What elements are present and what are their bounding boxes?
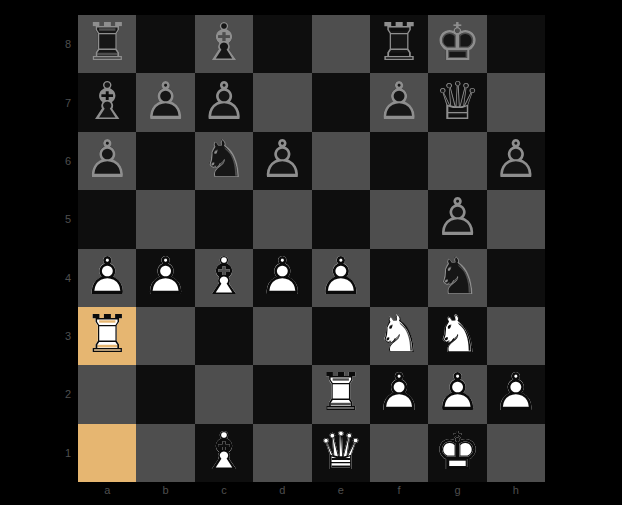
- white-rook-outline: ♖: [317, 366, 364, 418]
- square-g7[interactable]: ♛♕: [428, 73, 486, 131]
- white-pawn-glyph: ♟: [434, 366, 481, 418]
- white-rook-glyph: ♜: [84, 308, 131, 360]
- piece-black-bishop[interactable]: ♝♗: [195, 15, 253, 73]
- black-pawn-glyph: ♟: [493, 133, 540, 185]
- white-pawn-outline: ♙: [142, 250, 189, 302]
- square-a4[interactable]: ♟♙: [78, 249, 136, 307]
- square-d5[interactable]: [253, 190, 311, 248]
- white-pawn-outline: ♙: [376, 366, 423, 418]
- square-d3[interactable]: [253, 307, 311, 365]
- piece-white-knight[interactable]: ♞♘: [370, 307, 428, 365]
- black-knight-glyph: ♞: [434, 250, 481, 302]
- square-c6[interactable]: ♞♘: [195, 132, 253, 190]
- file-label-h: h: [487, 484, 545, 498]
- white-rook-glyph: ♜: [317, 366, 364, 418]
- black-pawn-outline: ♙: [493, 133, 540, 185]
- file-label-b: b: [136, 484, 194, 498]
- white-pawn-glyph: ♟: [376, 366, 423, 418]
- white-king-outline: ♔: [434, 425, 481, 477]
- square-d6[interactable]: ♟♙: [253, 132, 311, 190]
- square-f5[interactable]: [370, 190, 428, 248]
- piece-black-pawn[interactable]: ♟♙: [253, 132, 311, 190]
- square-c3[interactable]: [195, 307, 253, 365]
- rank-label-7: 7: [62, 73, 74, 131]
- square-c8[interactable]: ♝♗: [195, 15, 253, 73]
- square-f3[interactable]: ♞♘: [370, 307, 428, 365]
- square-a6[interactable]: ♟♙: [78, 132, 136, 190]
- square-b8[interactable]: [136, 15, 194, 73]
- piece-white-bishop[interactable]: ♝♗: [195, 249, 253, 307]
- square-h7[interactable]: [487, 73, 545, 131]
- white-knight-glyph: ♞: [376, 308, 423, 360]
- black-pawn-glyph: ♟: [259, 133, 306, 185]
- square-f7[interactable]: ♟♙: [370, 73, 428, 131]
- file-label-a: a: [78, 484, 136, 498]
- black-rook-outline: ♖: [376, 16, 423, 68]
- piece-black-pawn[interactable]: ♟♙: [136, 73, 194, 131]
- white-pawn-outline: ♙: [317, 250, 364, 302]
- black-pawn-glyph: ♟: [434, 191, 481, 243]
- white-bishop-outline: ♗: [201, 425, 248, 477]
- black-king-glyph: ♚: [434, 16, 481, 68]
- rank-label-3: 3: [62, 307, 74, 365]
- square-f4[interactable]: [370, 249, 428, 307]
- black-king-outline: ♔: [434, 16, 481, 68]
- file-label-g: g: [428, 484, 486, 498]
- black-pawn-outline: ♙: [376, 74, 423, 126]
- piece-white-pawn[interactable]: ♟♙: [312, 249, 370, 307]
- square-d2[interactable]: [253, 365, 311, 423]
- square-g2[interactable]: ♟♙: [428, 365, 486, 423]
- square-d4[interactable]: ♟♙: [253, 249, 311, 307]
- black-pawn-outline: ♙: [434, 191, 481, 243]
- square-f2[interactable]: ♟♙: [370, 365, 428, 423]
- piece-black-rook[interactable]: ♜♖: [370, 15, 428, 73]
- black-bishop-outline: ♗: [84, 74, 131, 126]
- square-f8[interactable]: ♜♖: [370, 15, 428, 73]
- square-d1[interactable]: [253, 424, 311, 482]
- square-b5[interactable]: [136, 190, 194, 248]
- white-pawn-outline: ♙: [434, 366, 481, 418]
- square-c2[interactable]: [195, 365, 253, 423]
- black-knight-outline: ♘: [434, 250, 481, 302]
- square-e8[interactable]: [312, 15, 370, 73]
- black-pawn-glyph: ♟: [201, 74, 248, 126]
- piece-black-queen[interactable]: ♛♕: [428, 73, 486, 131]
- black-pawn-outline: ♙: [84, 133, 131, 185]
- square-b4[interactable]: ♟♙: [136, 249, 194, 307]
- square-h8[interactable]: [487, 15, 545, 73]
- white-bishop-glyph: ♝: [201, 250, 248, 302]
- file-label-f: f: [370, 484, 428, 498]
- white-pawn-glyph: ♟: [493, 366, 540, 418]
- piece-black-knight[interactable]: ♞♘: [195, 132, 253, 190]
- rank-label-4: 4: [62, 249, 74, 307]
- white-knight-outline: ♘: [434, 308, 481, 360]
- square-b6[interactable]: [136, 132, 194, 190]
- square-c5[interactable]: [195, 190, 253, 248]
- black-pawn-glyph: ♟: [142, 74, 189, 126]
- white-pawn-outline: ♙: [493, 366, 540, 418]
- file-label-e: e: [312, 484, 370, 498]
- square-b1[interactable]: [136, 424, 194, 482]
- square-g8[interactable]: ♚♔: [428, 15, 486, 73]
- file-label-d: d: [253, 484, 311, 498]
- piece-white-bishop[interactable]: ♝♗: [195, 424, 253, 482]
- piece-black-pawn[interactable]: ♟♙: [195, 73, 253, 131]
- white-pawn-outline: ♙: [259, 250, 306, 302]
- square-f6[interactable]: [370, 132, 428, 190]
- square-h2[interactable]: ♟♙: [487, 365, 545, 423]
- square-c1[interactable]: ♝♗: [195, 424, 253, 482]
- black-rook-glyph: ♜: [376, 16, 423, 68]
- square-e4[interactable]: ♟♙: [312, 249, 370, 307]
- black-rook-outline: ♖: [84, 16, 131, 68]
- piece-white-knight[interactable]: ♞♘: [428, 307, 486, 365]
- rank-label-8: 8: [62, 15, 74, 73]
- square-c4[interactable]: ♝♗: [195, 249, 253, 307]
- square-e2[interactable]: ♜♖: [312, 365, 370, 423]
- square-d8[interactable]: [253, 15, 311, 73]
- white-pawn-glyph: ♟: [259, 250, 306, 302]
- black-knight-outline: ♘: [201, 133, 248, 185]
- black-pawn-glyph: ♟: [84, 133, 131, 185]
- square-b2[interactable]: [136, 365, 194, 423]
- black-pawn-glyph: ♟: [376, 74, 423, 126]
- piece-black-king[interactable]: ♚♔: [428, 15, 486, 73]
- piece-white-king[interactable]: ♚♔: [428, 424, 486, 482]
- chess-app-background: ♜♖♝♗♜♖♚♔♝♗♟♙♟♙♟♙♛♕♟♙♞♘♟♙♟♙♟♙♟♙♟♙♝♗♟♙♟♙♞♘…: [0, 0, 622, 505]
- piece-black-bishop[interactable]: ♝♗: [78, 73, 136, 131]
- white-queen-outline: ♕: [317, 425, 364, 477]
- square-h6[interactable]: ♟♙: [487, 132, 545, 190]
- square-a2[interactable]: [78, 365, 136, 423]
- black-pawn-outline: ♙: [259, 133, 306, 185]
- square-a7[interactable]: ♝♗: [78, 73, 136, 131]
- square-b3[interactable]: [136, 307, 194, 365]
- piece-white-pawn[interactable]: ♟♙: [253, 249, 311, 307]
- rank-label-6: 6: [62, 132, 74, 190]
- square-e6[interactable]: [312, 132, 370, 190]
- white-bishop-glyph: ♝: [201, 425, 248, 477]
- file-label-c: c: [195, 484, 253, 498]
- white-king-glyph: ♚: [434, 425, 481, 477]
- piece-black-knight[interactable]: ♞♘: [428, 249, 486, 307]
- piece-black-rook[interactable]: ♜♖: [78, 15, 136, 73]
- square-e3[interactable]: [312, 307, 370, 365]
- piece-white-rook[interactable]: ♜♖: [312, 365, 370, 423]
- square-d7[interactable]: [253, 73, 311, 131]
- square-e1[interactable]: ♛♕: [312, 424, 370, 482]
- piece-white-pawn[interactable]: ♟♙: [78, 249, 136, 307]
- square-f1[interactable]: [370, 424, 428, 482]
- black-bishop-glyph: ♝: [201, 16, 248, 68]
- piece-black-pawn[interactable]: ♟♙: [487, 132, 545, 190]
- square-h1[interactable]: [487, 424, 545, 482]
- square-g3[interactable]: ♞♘: [428, 307, 486, 365]
- piece-black-pawn[interactable]: ♟♙: [428, 190, 486, 248]
- square-c7[interactable]: ♟♙: [195, 73, 253, 131]
- piece-white-rook[interactable]: ♜♖: [78, 307, 136, 365]
- square-g5[interactable]: ♟♙: [428, 190, 486, 248]
- square-h4[interactable]: [487, 249, 545, 307]
- square-a3[interactable]: ♜♖: [78, 307, 136, 365]
- square-a8[interactable]: ♜♖: [78, 15, 136, 73]
- rank-label-2: 2: [62, 365, 74, 423]
- black-queen-glyph: ♛: [434, 74, 481, 126]
- white-bishop-outline: ♗: [201, 250, 248, 302]
- black-bishop-outline: ♗: [201, 16, 248, 68]
- piece-black-pawn[interactable]: ♟♙: [78, 132, 136, 190]
- white-rook-outline: ♖: [84, 308, 131, 360]
- square-a1[interactable]: [78, 424, 136, 482]
- white-pawn-outline: ♙: [84, 250, 131, 302]
- chess-board: ♜♖♝♗♜♖♚♔♝♗♟♙♟♙♟♙♛♕♟♙♞♘♟♙♟♙♟♙♟♙♟♙♝♗♟♙♟♙♞♘…: [78, 15, 545, 482]
- square-a5[interactable]: [78, 190, 136, 248]
- square-e7[interactable]: [312, 73, 370, 131]
- piece-white-pawn[interactable]: ♟♙: [487, 365, 545, 423]
- black-pawn-outline: ♙: [201, 74, 248, 126]
- piece-white-pawn[interactable]: ♟♙: [370, 365, 428, 423]
- white-pawn-glyph: ♟: [84, 250, 131, 302]
- piece-black-pawn[interactable]: ♟♙: [370, 73, 428, 131]
- square-g1[interactable]: ♚♔: [428, 424, 486, 482]
- square-b7[interactable]: ♟♙: [136, 73, 194, 131]
- black-rook-glyph: ♜: [84, 16, 131, 68]
- square-g4[interactable]: ♞♘: [428, 249, 486, 307]
- square-g6[interactable]: [428, 132, 486, 190]
- white-knight-glyph: ♞: [434, 308, 481, 360]
- piece-white-pawn[interactable]: ♟♙: [428, 365, 486, 423]
- square-h5[interactable]: [487, 190, 545, 248]
- white-knight-outline: ♘: [376, 308, 423, 360]
- rank-label-5: 5: [62, 190, 74, 248]
- square-h3[interactable]: [487, 307, 545, 365]
- white-queen-glyph: ♛: [317, 425, 364, 477]
- piece-white-queen[interactable]: ♛♕: [312, 424, 370, 482]
- piece-white-pawn[interactable]: ♟♙: [136, 249, 194, 307]
- rank-label-1: 1: [62, 424, 74, 482]
- black-knight-glyph: ♞: [201, 133, 248, 185]
- white-pawn-glyph: ♟: [317, 250, 364, 302]
- white-pawn-glyph: ♟: [142, 250, 189, 302]
- black-pawn-outline: ♙: [142, 74, 189, 126]
- black-queen-outline: ♕: [434, 74, 481, 126]
- black-bishop-glyph: ♝: [84, 74, 131, 126]
- square-e5[interactable]: [312, 190, 370, 248]
